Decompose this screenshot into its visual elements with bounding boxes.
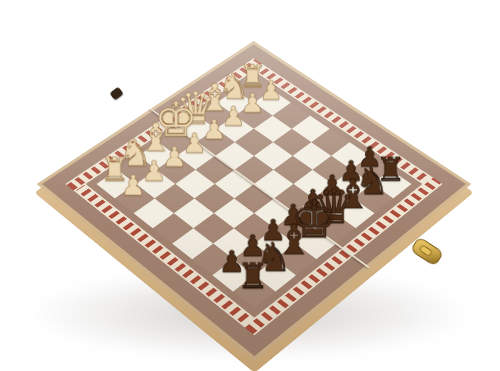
latch-loop	[418, 244, 433, 257]
brass-latch-icon	[410, 236, 444, 267]
hinge-pin	[109, 87, 123, 101]
piece-black-rook: ♜	[212, 257, 294, 292]
piece-white-pawn: ♟	[95, 171, 173, 199]
product-photo-scene: ♜♟♟♜♞♟♟♞♝♟♟♝♛♟♟♛♚♟♟♚♝♟♟♝♞♟♟♞♜♟♟♜	[0, 0, 500, 371]
